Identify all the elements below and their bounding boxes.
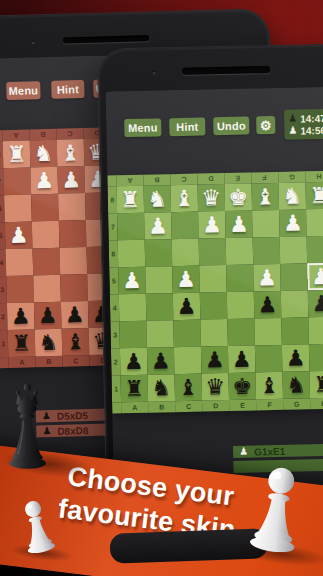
white-pawn: ♟ (30, 167, 58, 195)
square-a1[interactable]: ♜ (8, 329, 36, 357)
white-pawn: ♟ (118, 267, 146, 295)
square-c2[interactable] (174, 347, 202, 375)
file-label-top: B (29, 129, 56, 141)
square-f1[interactable]: ♝ (255, 372, 283, 400)
square-h2[interactable] (309, 344, 323, 372)
square-c8[interactable]: ♝ (57, 139, 85, 167)
square-b4[interactable] (146, 293, 174, 321)
white-pawn: ♟ (225, 210, 253, 238)
white-pawn-icon: ♟ (239, 447, 248, 457)
square-a6[interactable] (118, 240, 146, 268)
undo-button[interactable]: Undo (213, 117, 249, 136)
square-c5[interactable] (59, 220, 87, 248)
black-pawn: ♟ (228, 345, 256, 373)
black-bishop: ♝ (62, 328, 90, 356)
square-e8[interactable]: ♚ (225, 183, 253, 211)
square-h1[interactable]: ♜ (309, 371, 323, 399)
square-b2[interactable]: ♟ (147, 347, 175, 375)
square-a3[interactable] (119, 321, 147, 349)
square-a6[interactable] (4, 194, 32, 222)
square-f6[interactable] (253, 237, 281, 265)
square-a5[interactable]: ♟ (118, 267, 146, 295)
square-b8[interactable]: ♞ (30, 140, 58, 168)
square-g1[interactable]: ♞ (282, 371, 310, 399)
square-e6[interactable] (226, 237, 254, 265)
white-pawn: ♟ (144, 212, 172, 240)
hint-button[interactable]: Hint (51, 80, 84, 99)
square-c6[interactable] (58, 193, 86, 221)
black-rook: ♜ (8, 329, 36, 357)
square-c3[interactable] (173, 320, 201, 348)
black-time: 14:47 (300, 112, 323, 124)
file-label-top: G (278, 171, 305, 183)
white-rook: ♜ (3, 140, 31, 168)
file-label-bottom: F (256, 399, 283, 411)
black-rook: ♜ (120, 375, 148, 403)
square-d4[interactable] (200, 292, 228, 320)
square-g7[interactable]: ♟ (279, 209, 307, 237)
square-c1[interactable]: ♝ (62, 328, 90, 356)
white-knight: ♞ (278, 182, 306, 210)
square-a2[interactable]: ♟ (7, 302, 35, 330)
promo-screenshot: Menu Hint Undo ABCDEFGH8♜♞♝♛♚♝♞♜7♟♟♟♟♟♟♟… (0, 0, 323, 576)
square-a8[interactable]: ♜ (3, 140, 31, 168)
square-c7[interactable]: ♟ (57, 166, 85, 194)
board-corner (112, 402, 121, 413)
square-h3[interactable] (308, 317, 323, 345)
hint-button[interactable]: Hint (169, 117, 205, 136)
file-label-top: F (251, 172, 278, 184)
black-pawn: ♟ (61, 301, 89, 329)
file-label-top: C (170, 174, 197, 186)
move-text: D5xD5 (57, 410, 88, 422)
white-rook: ♜ (117, 186, 145, 214)
square-d3[interactable] (200, 319, 228, 347)
black-pawn: ♟ (120, 348, 148, 376)
square-b6[interactable] (145, 239, 173, 267)
game-clock: ♟ 14:47 ♟ 14:56 (284, 108, 323, 140)
square-b1[interactable]: ♞ (35, 329, 63, 357)
black-pawn: ♟ (34, 302, 62, 330)
file-label-top: B (143, 174, 170, 186)
square-a5[interactable]: ♟ (5, 221, 33, 249)
square-e3[interactable] (227, 318, 255, 346)
white-clock-row: ♟ 14:56 (288, 124, 323, 137)
square-d6[interactable] (199, 238, 227, 266)
black-knight: ♞ (147, 374, 175, 402)
square-c8[interactable]: ♝ (171, 185, 199, 213)
white-pawn: ♟ (5, 221, 33, 249)
square-h4[interactable]: ♟ (308, 290, 323, 318)
black-knight: ♞ (282, 371, 310, 399)
square-b3[interactable] (33, 275, 61, 303)
white-pawn: ♟ (307, 263, 323, 291)
white-queen: ♛ (198, 184, 226, 212)
black-pawn: ♟ (173, 293, 201, 321)
white-bishop: ♝ (171, 185, 199, 213)
move-text: G1xE1 (254, 445, 285, 457)
square-g8[interactable]: ♞ (278, 182, 306, 210)
file-label-top: H (305, 171, 323, 183)
square-e2[interactable]: ♟ (228, 345, 256, 373)
square-e4[interactable] (227, 291, 255, 319)
square-a4[interactable] (119, 294, 147, 322)
black-pawn: ♟ (201, 346, 229, 374)
square-e1[interactable]: ♚ (228, 372, 256, 400)
square-g3[interactable] (281, 317, 309, 345)
black-pawn: ♟ (282, 344, 310, 372)
square-b2[interactable]: ♟ (34, 302, 62, 330)
square-a1[interactable]: ♜ (120, 375, 148, 403)
square-e5[interactable] (226, 264, 254, 292)
black-bishop: ♝ (174, 374, 202, 402)
file-label-bottom: C (62, 355, 89, 367)
white-rook: ♜ (305, 182, 323, 210)
menu-button[interactable]: Menu (6, 81, 40, 100)
file-label-bottom: A (8, 356, 35, 368)
square-f3[interactable] (254, 318, 282, 346)
white-pawn: ♟ (172, 266, 200, 294)
square-d1[interactable]: ♛ (201, 373, 229, 401)
square-a4[interactable] (6, 248, 34, 276)
black-king: ♚ (228, 372, 256, 400)
white-king: ♚ (225, 183, 253, 211)
white-pawn: ♟ (253, 264, 281, 292)
camera-dot (31, 40, 35, 44)
square-c3[interactable] (60, 274, 88, 302)
black-pawn: ♟ (308, 290, 323, 318)
square-g5[interactable] (280, 263, 308, 291)
black-clock-row: ♟ 14:47 (288, 112, 323, 125)
square-h8[interactable]: ♜ (305, 182, 323, 210)
file-label-top: A (2, 129, 29, 141)
black-pawn: ♟ (147, 347, 175, 375)
white-bishop: ♝ (252, 183, 280, 211)
square-a8[interactable]: ♜ (117, 186, 145, 214)
file-label-bottom: E (229, 399, 256, 411)
black-queen-figurine (0, 380, 58, 477)
square-a7[interactable] (117, 213, 145, 241)
white-pawn-figurine (236, 456, 318, 566)
black-bishop: ♝ (255, 372, 283, 400)
white-pawn: ♟ (57, 166, 85, 194)
file-label-bottom: C (175, 401, 202, 413)
square-g6[interactable] (280, 236, 308, 264)
square-a2[interactable]: ♟ (120, 348, 148, 376)
speaker-slot (63, 35, 149, 43)
square-d2[interactable]: ♟ (201, 346, 229, 374)
square-c4[interactable]: ♟ (173, 293, 201, 321)
square-b3[interactable] (146, 320, 174, 348)
board-corner (107, 175, 116, 186)
square-b5[interactable] (145, 266, 173, 294)
file-label-top: A (116, 175, 143, 187)
square-f7[interactable] (252, 210, 280, 238)
menu-button[interactable]: Menu (124, 118, 161, 137)
square-d8[interactable]: ♛ (198, 184, 226, 212)
file-label-top: E (224, 172, 251, 184)
square-a3[interactable] (6, 275, 34, 303)
white-pawn: ♟ (279, 209, 307, 237)
black-knight: ♞ (35, 329, 63, 357)
square-b4[interactable] (33, 248, 61, 276)
white-knight: ♞ (144, 185, 172, 213)
square-f5[interactable]: ♟ (253, 264, 281, 292)
square-c5[interactable]: ♟ (172, 266, 200, 294)
file-label-top: C (56, 128, 83, 140)
square-f8[interactable]: ♝ (252, 183, 280, 211)
square-h5[interactable]: ♟ (307, 263, 323, 291)
black-rook: ♜ (309, 371, 323, 399)
file-label-bottom: B (148, 401, 175, 413)
square-b7[interactable]: ♟ (144, 212, 172, 240)
chess-board-green: ABCDEFGH8♜♞♝♛♚♝♞♜7♟♟♟♟65♟♟♟♟4♟♟♟32♟♟♟♟♟1… (107, 171, 323, 414)
white-pawn: ♟ (198, 211, 226, 239)
square-h7[interactable] (306, 209, 323, 237)
black-pawn-icon: ♟ (288, 114, 297, 124)
file-label-bottom: D (202, 400, 229, 412)
square-b7[interactable]: ♟ (30, 167, 58, 195)
square-b5[interactable] (32, 221, 60, 249)
white-pawn-icon: ♟ (288, 126, 297, 136)
square-b1[interactable]: ♞ (147, 374, 175, 402)
file-label-bottom: A (121, 402, 148, 414)
white-knight: ♞ (30, 140, 58, 168)
square-c2[interactable]: ♟ (61, 301, 89, 329)
square-c7[interactable] (171, 212, 199, 240)
settings-gear-icon[interactable]: ⚙ (256, 116, 275, 134)
white-bishop: ♝ (57, 139, 85, 167)
square-e7[interactable]: ♟ (225, 210, 253, 238)
black-queen: ♛ (201, 373, 229, 401)
white-time: 14:56 (300, 124, 323, 136)
square-d5[interactable] (199, 265, 227, 293)
move-text: D8xD8 (57, 425, 88, 437)
camera-dot (152, 70, 156, 74)
black-pawn: ♟ (254, 291, 282, 319)
board-corner (0, 357, 9, 368)
file-label-bottom: H (310, 398, 323, 410)
square-c4[interactable] (60, 247, 88, 275)
square-f4[interactable]: ♟ (254, 291, 282, 319)
square-d7[interactable]: ♟ (198, 211, 226, 239)
file-label-bottom: G (283, 398, 310, 410)
square-f2[interactable] (255, 345, 283, 373)
file-label-bottom: B (35, 356, 62, 368)
square-b6[interactable] (31, 194, 59, 222)
square-b8[interactable]: ♞ (144, 185, 172, 213)
black-pawn: ♟ (7, 302, 35, 330)
square-c6[interactable] (172, 239, 200, 267)
move-row: ♟ G1xE1 (233, 443, 323, 458)
square-g4[interactable] (281, 290, 309, 318)
square-h6[interactable] (307, 236, 323, 264)
square-c1[interactable]: ♝ (174, 374, 202, 402)
file-label-top: D (197, 173, 224, 185)
speaker-slot (182, 66, 270, 75)
square-g2[interactable]: ♟ (282, 344, 310, 372)
square-a7[interactable] (3, 167, 31, 195)
